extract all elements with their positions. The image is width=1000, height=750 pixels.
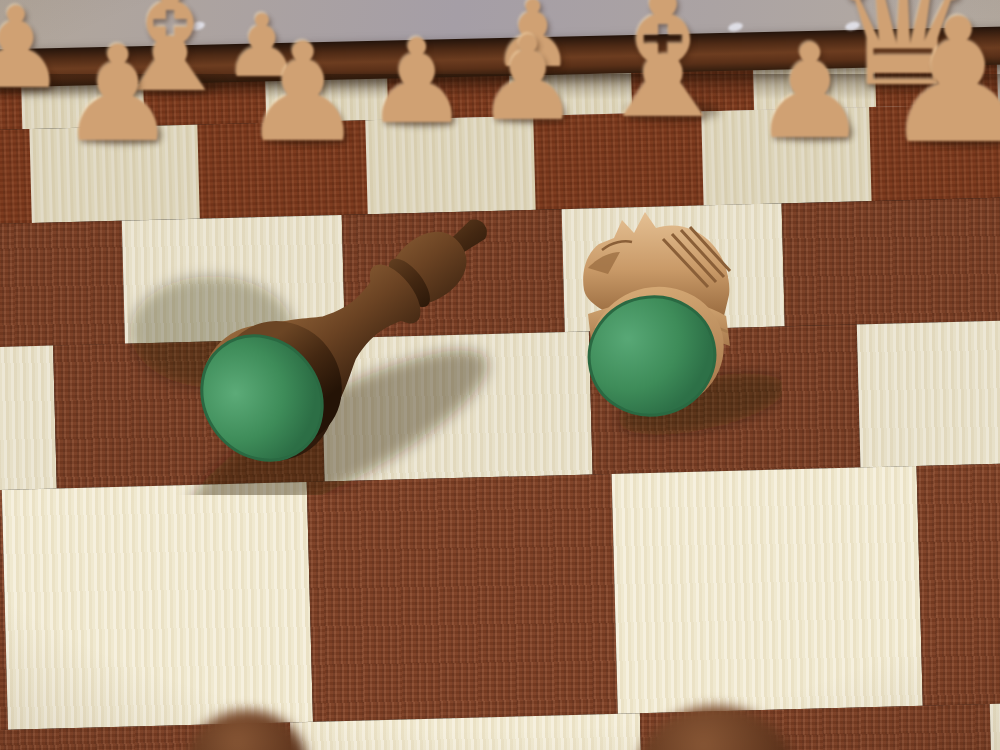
- standing-white-pawn-glyph: ♟: [52, 28, 184, 160]
- standing-white-pawn-glyph: ♟: [745, 27, 875, 157]
- board-square: [1, 482, 312, 730]
- standing-white-pawn-glyph: ♟: [470, 21, 586, 137]
- board-square: [306, 474, 617, 722]
- chess-photo-scene: ♟♟♛♟♝♝♟♟♟♟♟♟: [0, 0, 1000, 750]
- board-square: [0, 221, 125, 350]
- board-square: [0, 129, 32, 227]
- board-square: [990, 695, 1000, 750]
- standing-white-bishop-glyph: ♝: [577, 0, 749, 143]
- board-square: [0, 346, 57, 496]
- standing-white-pawn-glyph: ♟: [872, 0, 1000, 168]
- fallen-black-king: [128, 180, 564, 495]
- board-square: [857, 317, 1000, 467]
- board-square: [916, 458, 1000, 706]
- fallen-white-knight: [552, 194, 782, 449]
- board-square: [611, 466, 922, 714]
- board-square: [782, 198, 1000, 327]
- standing-white-pawn-glyph: ♟: [235, 25, 371, 161]
- standing-white-pawn-glyph: ♟: [359, 24, 475, 140]
